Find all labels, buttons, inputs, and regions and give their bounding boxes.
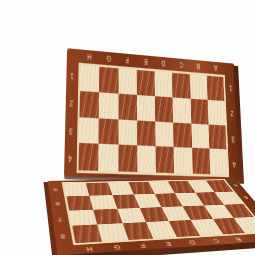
dark-square	[137, 70, 155, 96]
board-3d-wrapper: HGFEDCBA 1234 1234 HGFEDCBA 5678 5678	[0, 0, 255, 255]
light-square	[209, 149, 227, 175]
rank-label: 1	[66, 62, 78, 90]
rank-label: 3	[228, 125, 239, 151]
dark-square	[208, 124, 226, 150]
rank-label: 7	[52, 210, 69, 227]
light-square	[137, 95, 156, 121]
rank-label: 8	[54, 227, 72, 246]
dark-square	[99, 67, 118, 93]
light-square	[173, 97, 191, 123]
rank-labels-left-upper: 1234	[64, 62, 78, 173]
dark-square	[79, 91, 99, 118]
dark-square	[207, 76, 225, 101]
light-square	[118, 68, 137, 94]
dark-square	[78, 143, 98, 171]
dark-square	[118, 93, 137, 120]
dark-square	[192, 148, 210, 174]
light-square	[207, 100, 225, 125]
board-upper-half: HGFEDCBA 1234 1234	[64, 48, 240, 181]
light-square	[191, 123, 209, 149]
light-square	[155, 71, 173, 97]
dark-square	[173, 122, 191, 148]
dark-square	[172, 73, 190, 99]
light-square	[99, 92, 118, 119]
chessboard-product-photo: HGFEDCBA 1234 1234 HGFEDCBA 5678 5678	[0, 0, 255, 255]
file-label: G	[102, 242, 132, 254]
dark-square	[99, 118, 118, 145]
light-square	[118, 119, 137, 146]
rank-label: 2	[227, 100, 238, 126]
rank-label: 1	[226, 75, 236, 100]
rank-label: 3	[65, 116, 77, 145]
rank-label: 2	[65, 88, 77, 116]
dark-square	[118, 145, 137, 172]
light-square	[174, 147, 193, 173]
rank-label: 5	[48, 182, 63, 196]
file-label: H	[75, 243, 105, 255]
rank-label: 6	[50, 196, 66, 211]
board-lower-half: HGFEDCBA 5678 5678	[48, 177, 255, 255]
board-squares-upper	[77, 63, 230, 178]
light-square	[98, 144, 118, 171]
dark-square	[156, 146, 175, 173]
file-label: F	[128, 240, 157, 251]
light-square	[190, 74, 208, 99]
light-square	[80, 65, 100, 92]
dark-square	[137, 120, 156, 147]
rank-label: 4	[64, 144, 76, 173]
light-square	[155, 121, 174, 147]
dark-square	[190, 98, 208, 124]
light-square	[79, 117, 99, 144]
dark-square	[155, 96, 173, 122]
hinge-latch	[229, 181, 233, 185]
rank-label: 4	[229, 151, 240, 178]
light-square	[137, 146, 156, 173]
